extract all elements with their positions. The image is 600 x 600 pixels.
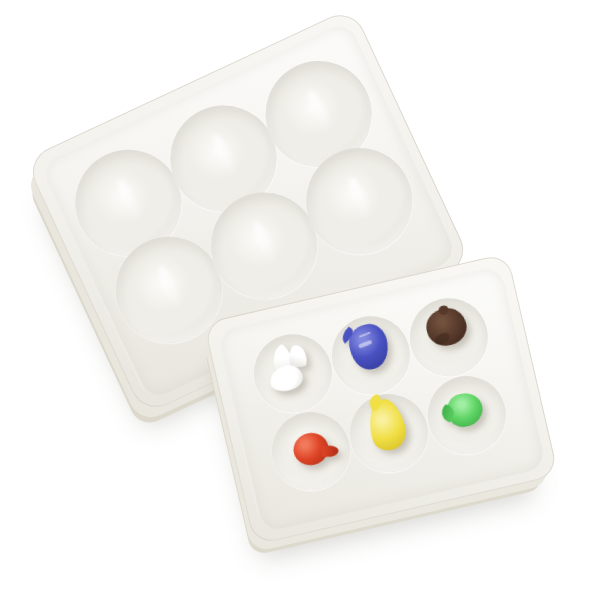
- small-mold-cavity-brown-bird: [402, 290, 496, 384]
- gloss-highlight: [154, 263, 184, 310]
- product-photo: [0, 0, 600, 600]
- small-mold-cavity-yellow-bird: [342, 386, 436, 480]
- blue-bird-charm: [345, 321, 392, 373]
- gloss-highlight: [249, 219, 279, 266]
- white-bird-charm: [260, 339, 321, 396]
- small-mold-cavity-blue-bird: [324, 308, 418, 402]
- gloss-highlight: [209, 132, 239, 179]
- small-mold-cavity-green-bird: [420, 368, 514, 462]
- small-mold-cavity-red-bird: [264, 404, 358, 498]
- red-bird-charm: [290, 430, 331, 469]
- small-mold-cavity-white-bird: [246, 326, 340, 420]
- green-bird-charm: [444, 390, 486, 430]
- gloss-highlight: [114, 176, 144, 223]
- yellow-bird-charm: [362, 395, 410, 454]
- brown-bird-charm: [423, 304, 470, 349]
- gloss-highlight: [345, 175, 375, 222]
- gloss-highlight: [304, 88, 334, 135]
